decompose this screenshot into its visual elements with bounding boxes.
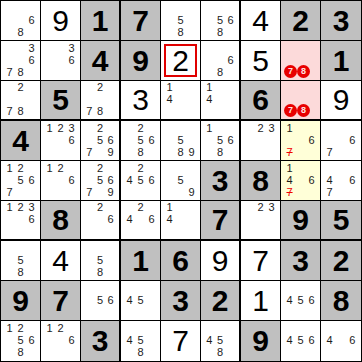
candidate-2: 2 <box>135 162 146 174</box>
candidate-1: 1 <box>164 82 175 94</box>
cell-r3c3[interactable]: 278 <box>81 81 121 121</box>
empty-pm-slot <box>15 54 26 66</box>
empty-pm-slot <box>225 66 236 78</box>
cell-r2c9[interactable]: 1 <box>321 41 361 81</box>
cell-r6c4[interactable]: 246 <box>121 201 161 241</box>
candidate-3: 3 <box>66 122 77 134</box>
candidate-1: 1 <box>284 122 295 134</box>
cell-r2c8[interactable]: 78 <box>281 41 321 81</box>
pencil-mark-grid: 36 <box>44 42 77 78</box>
cell-r4c9[interactable]: 67 <box>321 121 361 161</box>
empty-pm-slot <box>225 347 236 359</box>
empty-pm-slot <box>175 94 186 106</box>
empty-pm-slot <box>44 66 55 78</box>
cell-r8c3[interactable]: 56 <box>81 281 121 321</box>
pencil-mark-grid: 12568 <box>4 322 37 359</box>
empty-pm-slot <box>146 146 157 158</box>
candidate-8: 8 <box>15 26 26 38</box>
cell-r9c1[interactable]: 12568 <box>1 321 41 361</box>
candidate-6: 6 <box>26 174 37 186</box>
empty-pm-slot <box>135 225 146 237</box>
empty-pm-slot <box>310 104 317 117</box>
red-circled-candidate-7: 7 <box>284 65 297 78</box>
empty-pm-slot <box>164 186 175 198</box>
candidate-4: 4 <box>124 174 135 186</box>
cell-r4c5[interactable]: 589 <box>161 121 201 161</box>
empty-pm-slot <box>335 146 346 158</box>
cell-r1c4[interactable]: 7 <box>121 1 161 41</box>
solved-digit: 3 <box>132 85 149 115</box>
empty-pm-slot <box>297 54 310 66</box>
candidate-6: 6 <box>26 14 37 26</box>
cell-r7c7[interactable]: 7 <box>241 241 281 281</box>
given-digit: 9 <box>252 326 269 356</box>
candidate-4: 4 <box>204 334 215 346</box>
empty-pm-slot <box>310 42 317 54</box>
empty-pm-slot <box>295 306 306 318</box>
cell-r9c9[interactable]: 46 <box>321 321 361 361</box>
candidate-8: 8 <box>215 347 226 359</box>
cell-r6c8[interactable]: 9 <box>281 201 321 241</box>
empty-pm-slot <box>225 2 236 14</box>
empty-pm-slot <box>175 105 186 117</box>
candidate-1: 1 <box>4 202 15 214</box>
empty-pm-slot <box>44 186 55 198</box>
cell-r7c9[interactable]: 2 <box>321 241 361 281</box>
cell-r4c4[interactable]: 2568 <box>121 121 161 161</box>
given-digit: 8 <box>252 166 269 196</box>
candidate-6: 6 <box>26 334 37 346</box>
cell-r5c7[interactable]: 8 <box>241 161 281 201</box>
empty-pm-slot <box>105 94 116 106</box>
empty-pm-slot <box>255 146 266 158</box>
cell-r6c2[interactable]: 8 <box>41 201 81 241</box>
candidate-8: 8 <box>95 266 106 278</box>
cell-r3c5[interactable]: 14 <box>161 81 201 121</box>
empty-pm-slot <box>44 174 55 186</box>
candidate-2: 2 <box>15 162 26 174</box>
empty-pm-slot <box>225 122 236 134</box>
pencil-mark-grid: 2456 <box>124 162 157 198</box>
candidate-2: 2 <box>55 162 66 174</box>
cell-r7c6[interactable]: 9 <box>201 241 241 281</box>
empty-pm-slot <box>175 202 186 214</box>
cell-r1c8[interactable]: 2 <box>281 1 321 41</box>
cell-r2c5[interactable]: 2 <box>161 41 201 81</box>
empty-pm-slot <box>55 66 66 78</box>
empty-pm-slot <box>186 82 197 94</box>
cell-r7c3[interactable]: 58 <box>81 241 121 281</box>
candidate-8: 8 <box>15 66 26 78</box>
given-digit: 3 <box>212 166 229 196</box>
empty-pm-slot <box>44 54 55 66</box>
candidate-6: 6 <box>146 134 157 146</box>
empty-pm-slot <box>186 122 197 134</box>
cell-r6c7[interactable]: 23 <box>241 201 281 241</box>
candidate-6: 6 <box>66 174 77 186</box>
candidate-2: 2 <box>95 162 106 174</box>
pencil-mark-grid: 68 <box>4 2 37 38</box>
cell-r9c4[interactable]: 458 <box>121 321 161 361</box>
cell-r7c1[interactable]: 58 <box>1 241 41 281</box>
empty-pm-slot <box>146 162 157 174</box>
cell-r8c2[interactable]: 7 <box>41 281 81 321</box>
candidate-2: 2 <box>95 202 106 214</box>
cell-r2c7[interactable]: 5 <box>241 41 281 81</box>
candidate-3: 3 <box>266 202 277 214</box>
candidate-1: 1 <box>44 122 55 134</box>
given-digit: 6 <box>252 85 269 115</box>
empty-pm-slot <box>95 225 106 237</box>
empty-pm-slot <box>95 146 106 158</box>
cell-r6c5[interactable]: 14 <box>161 201 201 241</box>
empty-pm-slot <box>135 282 146 294</box>
empty-pm-slot <box>26 66 37 78</box>
cell-r8c1[interactable]: 9 <box>1 281 41 321</box>
candidate-8: 8 <box>15 347 26 359</box>
empty-pm-slot <box>146 294 157 306</box>
candidate-5: 5 <box>175 174 186 186</box>
empty-pm-slot <box>124 306 135 318</box>
cell-r1c7[interactable]: 4 <box>241 1 281 41</box>
given-digit: 4 <box>12 126 29 156</box>
cell-r3c7[interactable]: 6 <box>241 81 281 121</box>
empty-pm-slot <box>95 186 106 198</box>
cell-r9c2[interactable]: 126 <box>41 321 81 361</box>
empty-pm-slot <box>26 225 37 237</box>
pencil-mark-grid: 14 <box>204 82 236 117</box>
empty-pm-slot <box>335 134 346 146</box>
solved-digit: 7 <box>172 326 189 356</box>
pencil-mark-grid: 3678 <box>4 42 37 78</box>
pencil-mark-grid: 23 <box>244 122 277 158</box>
empty-pm-slot <box>105 162 116 174</box>
pencil-mark-grid: 126 <box>44 162 77 198</box>
candidate-6: 6 <box>347 174 358 186</box>
empty-pm-slot <box>4 94 15 106</box>
cell-r3c2[interactable]: 5 <box>41 81 81 121</box>
candidate-5: 5 <box>175 134 186 146</box>
empty-pm-slot <box>295 282 306 294</box>
candidate-6: 6 <box>66 134 77 146</box>
empty-pm-slot <box>26 186 37 198</box>
candidate-2: 2 <box>255 202 266 214</box>
cell-r3c4[interactable]: 3 <box>121 81 161 121</box>
empty-pm-slot <box>84 94 95 106</box>
cell-r4c2[interactable]: 1236 <box>41 121 81 161</box>
empty-pm-slot <box>26 162 37 174</box>
cell-r2c2[interactable]: 36 <box>41 41 81 81</box>
empty-pm-slot <box>124 322 135 334</box>
empty-pm-slot <box>297 93 310 104</box>
empty-pm-slot <box>95 94 106 106</box>
empty-pm-slot <box>175 2 186 14</box>
empty-pm-slot <box>84 266 95 278</box>
pencil-mark-grid: 23 <box>244 202 277 237</box>
cell-r2c3[interactable]: 4 <box>81 41 121 81</box>
pencil-mark-grid: 456 <box>284 322 317 359</box>
empty-pm-slot <box>204 2 215 14</box>
pencil-mark-grid: 126 <box>44 322 77 359</box>
red-circled-candidate-8: 8 <box>297 104 310 117</box>
cell-r1c9[interactable]: 3 <box>321 1 361 41</box>
cell-r1c1[interactable]: 68 <box>1 1 41 41</box>
solved-digit: 9 <box>52 6 69 36</box>
empty-pm-slot <box>324 347 335 359</box>
cell-r3c6[interactable]: 14 <box>201 81 241 121</box>
empty-pm-slot <box>164 122 175 134</box>
cell-r7c4[interactable]: 1 <box>121 241 161 281</box>
eliminated-candidate-7: 7 <box>284 146 295 158</box>
empty-pm-slot <box>186 214 197 226</box>
candidate-4: 4 <box>324 174 335 186</box>
empty-pm-slot <box>306 146 317 158</box>
pencil-mark-grid: 1467 <box>284 162 317 198</box>
given-digit: 4 <box>92 46 109 76</box>
candidate-6: 6 <box>146 174 157 186</box>
cell-r8c8[interactable]: 456 <box>281 281 321 321</box>
cell-r5c2[interactable]: 126 <box>41 161 81 201</box>
empty-pm-slot <box>44 42 55 54</box>
given-digit: 3 <box>172 286 189 316</box>
empty-pm-slot <box>124 202 135 214</box>
candidate-1: 1 <box>4 162 15 174</box>
empty-pm-slot <box>124 282 135 294</box>
cell-r8c9[interactable]: 8 <box>321 281 361 321</box>
empty-pm-slot <box>164 174 175 186</box>
empty-pm-slot <box>4 174 15 186</box>
cell-r5c8[interactable]: 1467 <box>281 161 321 201</box>
candidate-5: 5 <box>135 134 146 146</box>
empty-pm-slot <box>26 242 37 254</box>
empty-pm-slot <box>105 122 116 134</box>
cell-r4c3[interactable]: 25679 <box>81 121 121 161</box>
empty-pm-slot <box>324 134 335 146</box>
empty-pm-slot <box>146 225 157 237</box>
empty-pm-slot <box>284 306 295 318</box>
empty-pm-slot <box>84 174 95 186</box>
cell-r1c3[interactable]: 1 <box>81 1 121 41</box>
candidate-1: 1 <box>44 322 55 334</box>
cell-r8c7[interactable]: 1 <box>241 281 281 321</box>
empty-pm-slot <box>124 146 135 158</box>
cell-r7c5[interactable]: 6 <box>161 241 201 281</box>
cell-r5c4[interactable]: 2456 <box>121 161 161 201</box>
empty-pm-slot <box>347 162 358 174</box>
candidate-5: 5 <box>215 334 226 346</box>
empty-pm-slot <box>186 225 197 237</box>
cell-r6c1[interactable]: 1236 <box>1 201 41 241</box>
candidate-6: 6 <box>225 14 236 26</box>
cell-r5c5[interactable]: 59 <box>161 161 201 201</box>
empty-pm-slot <box>335 322 346 334</box>
empty-pm-slot <box>66 322 77 334</box>
cell-r2c1[interactable]: 3678 <box>1 41 41 81</box>
empty-pm-slot <box>164 14 175 26</box>
empty-pm-slot <box>225 26 236 38</box>
candidate-6: 6 <box>306 134 317 146</box>
cell-r5c3[interactable]: 25679 <box>81 161 121 201</box>
candidate-8: 8 <box>215 26 226 38</box>
empty-pm-slot <box>146 306 157 318</box>
empty-pm-slot <box>204 54 215 66</box>
pencil-mark-grid: 58 <box>84 242 116 278</box>
candidate-9: 9 <box>105 146 116 158</box>
cell-r3c9[interactable]: 9 <box>321 81 361 121</box>
empty-pm-slot <box>204 66 215 78</box>
candidate-9: 9 <box>105 186 116 198</box>
sudoku-board: 6891758568423367836492685781278527831414… <box>0 0 362 362</box>
pencil-mark-grid: 78 <box>284 42 317 78</box>
empty-pm-slot <box>324 162 335 174</box>
candidate-6: 6 <box>347 134 358 146</box>
candidate-2: 2 <box>255 122 266 134</box>
candidate-4: 4 <box>124 214 135 226</box>
empty-pm-slot <box>146 282 157 294</box>
candidate-8: 8 <box>135 146 146 158</box>
empty-pm-slot <box>255 225 266 237</box>
empty-pm-slot <box>215 94 226 106</box>
candidate-6: 6 <box>105 294 116 306</box>
empty-pm-slot <box>15 2 26 14</box>
candidate-6: 6 <box>26 54 37 66</box>
cell-r9c6[interactable]: 458 <box>201 321 241 361</box>
candidate-2: 2 <box>15 202 26 214</box>
cell-r9c3[interactable]: 3 <box>81 321 121 361</box>
pencil-mark-grid: 1236 <box>44 122 77 158</box>
empty-pm-slot <box>284 54 297 66</box>
cell-r9c8[interactable]: 456 <box>281 321 321 361</box>
empty-pm-slot <box>306 122 317 134</box>
empty-pm-slot <box>186 105 197 117</box>
candidate-5: 5 <box>215 14 226 26</box>
empty-pm-slot <box>215 105 226 117</box>
red-circled-candidate-7: 7 <box>284 104 297 117</box>
candidate-7: 7 <box>84 186 95 198</box>
cell-r8c4[interactable]: 45 <box>121 281 161 321</box>
cell-r9c5[interactable]: 7 <box>161 321 201 361</box>
given-digit: 5 <box>52 85 69 115</box>
cell-r4c1[interactable]: 4 <box>1 121 41 161</box>
empty-pm-slot <box>55 54 66 66</box>
cell-r4c6[interactable]: 1568 <box>201 121 241 161</box>
candidate-5: 5 <box>95 254 106 266</box>
empty-pm-slot <box>26 26 37 38</box>
empty-pm-slot <box>175 214 186 226</box>
empty-pm-slot <box>4 14 15 26</box>
candidate-6: 6 <box>225 134 236 146</box>
empty-pm-slot <box>204 322 215 334</box>
given-digit: 9 <box>292 205 309 235</box>
empty-pm-slot <box>55 146 66 158</box>
solved-digit: 2 <box>172 46 189 76</box>
pencil-mark-grid: 278 <box>4 82 37 117</box>
empty-pm-slot <box>84 162 95 174</box>
empty-pm-slot <box>347 122 358 134</box>
cell-r1c2[interactable]: 9 <box>41 1 81 41</box>
cell-r6c9[interactable]: 5 <box>321 201 361 241</box>
empty-pm-slot <box>306 322 317 334</box>
empty-pm-slot <box>26 94 37 106</box>
empty-pm-slot <box>124 347 135 359</box>
candidate-6: 6 <box>306 294 317 306</box>
cell-r5c1[interactable]: 12567 <box>1 161 41 201</box>
empty-pm-slot <box>4 254 15 266</box>
cell-r6c3[interactable]: 26 <box>81 201 121 241</box>
cell-r4c8[interactable]: 167 <box>281 121 321 161</box>
candidate-8: 8 <box>135 347 146 359</box>
given-digit: 5 <box>333 205 350 235</box>
empty-pm-slot <box>306 306 317 318</box>
solved-digit: 9 <box>333 85 350 115</box>
cell-r9c7[interactable]: 9 <box>241 321 281 361</box>
empty-pm-slot <box>175 162 186 174</box>
empty-pm-slot <box>135 186 146 198</box>
eliminated-candidate-7: 7 <box>284 186 295 198</box>
empty-pm-slot <box>225 94 236 106</box>
cell-r2c4[interactable]: 9 <box>121 41 161 81</box>
empty-pm-slot <box>244 214 255 226</box>
cell-r5c9[interactable]: 467 <box>321 161 361 201</box>
cell-r7c8[interactable]: 3 <box>281 241 321 281</box>
empty-pm-slot <box>84 122 95 134</box>
cell-r8c6[interactable]: 2 <box>201 281 241 321</box>
empty-pm-slot <box>84 254 95 266</box>
empty-pm-slot <box>164 2 175 14</box>
empty-pm-slot <box>310 65 317 78</box>
cell-r5c6[interactable]: 3 <box>201 161 241 201</box>
empty-pm-slot <box>124 162 135 174</box>
cell-r3c1[interactable]: 278 <box>1 81 41 121</box>
given-digit: 3 <box>292 246 309 276</box>
empty-pm-slot <box>84 225 95 237</box>
empty-pm-slot <box>284 93 297 104</box>
empty-pm-slot <box>204 347 215 359</box>
cell-r3c8[interactable]: 78 <box>281 81 321 121</box>
pencil-mark-grid: 78 <box>284 82 317 117</box>
pencil-mark-grid: 246 <box>124 202 157 237</box>
cell-r4c7[interactable]: 23 <box>241 121 281 161</box>
empty-pm-slot <box>335 122 346 134</box>
candidate-3: 3 <box>66 42 77 54</box>
cell-r6c6[interactable]: 7 <box>201 201 241 241</box>
cell-r8c5[interactable]: 3 <box>161 281 201 321</box>
empty-pm-slot <box>55 347 66 359</box>
given-digit: 8 <box>333 286 350 316</box>
empty-pm-slot <box>95 214 106 226</box>
empty-pm-slot <box>164 134 175 146</box>
candidate-4: 4 <box>124 294 135 306</box>
cell-r1c6[interactable]: 568 <box>201 1 241 41</box>
cell-r2c6[interactable]: 68 <box>201 41 241 81</box>
candidate-2: 2 <box>15 82 26 94</box>
empty-pm-slot <box>295 134 306 146</box>
empty-pm-slot <box>4 54 15 66</box>
candidate-2: 2 <box>135 202 146 214</box>
empty-pm-slot <box>4 42 15 54</box>
empty-pm-slot <box>95 242 106 254</box>
candidate-5: 5 <box>95 294 106 306</box>
empty-pm-slot <box>124 122 135 134</box>
empty-pm-slot <box>26 105 37 117</box>
empty-pm-slot <box>55 334 66 346</box>
cell-r1c5[interactable]: 58 <box>161 1 201 41</box>
empty-pm-slot <box>284 322 295 334</box>
cell-r7c2[interactable]: 4 <box>41 241 81 281</box>
candidate-9: 9 <box>186 186 197 198</box>
candidate-6: 6 <box>105 214 116 226</box>
given-digit: 8 <box>52 205 69 235</box>
